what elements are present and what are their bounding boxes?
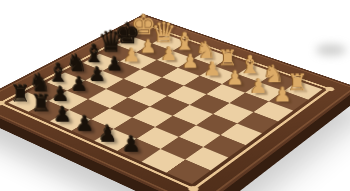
cast-shadow	[316, 44, 346, 56]
corner-dot-far	[141, 23, 152, 28]
corner-dot-near	[186, 185, 201, 191]
black-knight: ♞	[66, 51, 88, 75]
board-grid: ♚♛♝♞♜♝♞♜♚♟♟♟♟♟♟♟♛♟♝♟♞♟♝♟♞♟♜♜♟♟♟♟	[8, 28, 322, 184]
board-frame: ♚♛♝♞♜♝♞♜♚♟♟♟♟♟♟♟♛♟♝♟♞♟♝♟♞♟♜♜♟♟♟♟	[0, 14, 350, 191]
chess-board-3d: ♚♛♝♞♜♝♞♜♚♟♟♟♟♟♟♟♛♟♝♟♞♟♝♟♞♟♜♜♟♟♟♟	[0, 14, 350, 191]
corner-dot-left	[0, 100, 7, 106]
chess-set-photo: ♚♛♝♞♜♝♞♜♚♟♟♟♟♟♟♟♛♟♝♟♞♟♝♟♞♟♜♜♟♟♟♟	[0, 0, 350, 191]
corner-dot-right	[324, 86, 336, 92]
